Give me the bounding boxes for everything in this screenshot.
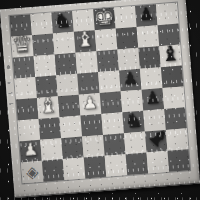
white-king-e8[interactable]: ♚ xyxy=(93,4,115,29)
square-e7[interactable] xyxy=(95,29,118,52)
square-h5[interactable] xyxy=(161,65,184,88)
square-b1[interactable] xyxy=(42,159,65,182)
square-a5[interactable] xyxy=(14,77,37,100)
square-c2[interactable] xyxy=(61,137,84,160)
black-pawn-g8[interactable]: ♟ xyxy=(138,5,155,23)
square-f3[interactable]: ♞ xyxy=(122,111,145,134)
black-knight-c8[interactable]: ♞ xyxy=(53,10,72,31)
square-d1[interactable] xyxy=(84,156,107,179)
square-g7[interactable] xyxy=(137,25,160,48)
square-d4[interactable]: ♟ xyxy=(79,93,102,116)
square-c8[interactable]: ♞ xyxy=(51,11,74,34)
square-d2[interactable] xyxy=(82,135,105,158)
chess-board: ♞♚♟♛♝♝♟♝♟♟♞♟♝◈ xyxy=(0,0,200,198)
white-bishop-b4[interactable]: ♝ xyxy=(38,94,58,116)
square-c7[interactable] xyxy=(53,32,76,55)
square-f8[interactable] xyxy=(114,6,137,29)
square-f5[interactable]: ♟ xyxy=(119,69,142,92)
square-a2[interactable]: ♟ xyxy=(19,140,42,163)
square-h6[interactable]: ♝ xyxy=(159,45,182,68)
square-b2[interactable] xyxy=(40,138,63,161)
square-d7[interactable]: ♝ xyxy=(74,30,97,53)
square-d3[interactable] xyxy=(80,114,103,137)
square-g8[interactable]: ♟ xyxy=(135,4,158,27)
square-c3[interactable] xyxy=(60,116,83,139)
square-a6[interactable] xyxy=(13,56,36,79)
square-c1[interactable] xyxy=(63,157,86,180)
square-h3[interactable] xyxy=(164,107,187,130)
square-a7[interactable]: ♛ xyxy=(11,35,34,58)
black-pawn-g4[interactable]: ♟ xyxy=(144,89,161,107)
white-pawn-d4[interactable]: ♟ xyxy=(82,94,99,112)
square-b8[interactable] xyxy=(30,13,53,36)
checkered-diamond-emblem: ◈ xyxy=(25,164,39,181)
square-e6[interactable] xyxy=(96,49,119,72)
white-queen-a7[interactable]: ♛ xyxy=(11,32,33,57)
square-f1[interactable] xyxy=(126,153,149,176)
square-f2[interactable] xyxy=(124,132,147,155)
square-e1[interactable] xyxy=(105,154,128,177)
white-bishop-d7[interactable]: ♝ xyxy=(75,28,95,50)
square-h1[interactable] xyxy=(167,149,190,172)
square-d6[interactable] xyxy=(75,51,98,74)
square-h4[interactable] xyxy=(163,86,186,109)
square-g4[interactable]: ♟ xyxy=(142,88,165,111)
square-e2[interactable] xyxy=(103,133,126,156)
square-b6[interactable] xyxy=(34,54,57,77)
board-grid: ♞♚♟♛♝♝♟♝♟♟♞♟♝◈ xyxy=(9,3,190,184)
square-e3[interactable] xyxy=(101,112,124,135)
black-pawn-f5[interactable]: ♟ xyxy=(122,69,139,87)
black-knight-f3[interactable]: ♞ xyxy=(124,109,143,130)
square-b4[interactable]: ♝ xyxy=(37,96,60,119)
square-b7[interactable] xyxy=(32,34,55,57)
square-g6[interactable] xyxy=(138,46,161,69)
square-e4[interactable] xyxy=(100,91,123,114)
square-a4[interactable] xyxy=(16,98,39,121)
square-e5[interactable] xyxy=(98,70,121,93)
white-pawn-a2[interactable]: ♟ xyxy=(22,140,39,158)
square-h8[interactable] xyxy=(156,3,179,26)
square-c5[interactable] xyxy=(56,74,79,97)
square-g2[interactable]: ♝ xyxy=(145,130,168,153)
black-bishop-h6[interactable]: ♝ xyxy=(160,43,180,65)
square-a1[interactable]: ◈ xyxy=(21,161,44,184)
square-c6[interactable] xyxy=(55,53,78,76)
square-b3[interactable] xyxy=(39,117,62,140)
square-c4[interactable] xyxy=(58,95,81,118)
square-f7[interactable] xyxy=(116,27,139,50)
square-e8[interactable]: ♚ xyxy=(93,8,116,31)
